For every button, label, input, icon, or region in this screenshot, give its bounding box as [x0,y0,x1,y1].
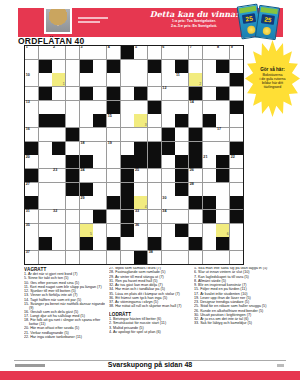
letter-cell[interactable]: 16 [25,128,38,141]
letter-cell[interactable] [203,101,216,114]
clue-number: 1 [26,46,28,50]
ticket-coin-icon [262,26,271,35]
letter-cell[interactable]: 3 [80,46,93,59]
letter-cell[interactable] [39,251,52,264]
constructor-photo [44,7,72,34]
blocked-cell [162,128,175,141]
letter-cell[interactable] [52,224,65,237]
letter-cell[interactable] [148,210,161,223]
letter-cell[interactable] [230,114,243,127]
answer-coupon-note: Svarskupong på sidan 48 [0,361,300,368]
letter-cell[interactable] [80,114,93,127]
blocked-cell [148,101,161,114]
letter-cell[interactable] [203,224,216,237]
clue-number: 4 [108,46,110,50]
letter-cell[interactable] [121,237,134,250]
letter-cell[interactable] [121,87,134,100]
blocked-cell [148,142,161,155]
letter-cell[interactable] [216,196,229,209]
letter-cell[interactable] [39,210,52,223]
letter-cell[interactable] [203,183,216,196]
blocked-cell [175,114,188,127]
blocked-cell [134,251,147,264]
clue-number: 34 [162,210,166,214]
blocked-cell [25,142,38,155]
blocked-cell [230,142,243,155]
letter-cell[interactable]: 2 [52,46,65,59]
letter-cell[interactable] [148,46,161,59]
clue-number: 37 [26,251,30,255]
blocked-cell [80,87,93,100]
letter-cell[interactable] [80,73,93,86]
letter-cell[interactable]: 18 [80,142,93,155]
letter-cell[interactable]: 38 [148,251,161,264]
starburst-line: tävlingsord [264,85,281,89]
letter-cell[interactable] [121,128,134,141]
letter-cell[interactable] [216,101,229,114]
letter-cell[interactable] [148,87,161,100]
clue-number: 3 [80,46,82,50]
blocked-cell [93,210,106,223]
letter-cell[interactable] [107,224,120,237]
letter-cell[interactable]: 7 [189,46,202,59]
blocked-cell [107,101,120,114]
letter-cell[interactable] [39,101,52,114]
letter-cell[interactable] [52,87,65,100]
letter-cell[interactable] [134,128,147,141]
letter-cell[interactable] [107,155,120,168]
prize-letter-cell[interactable]: 6 [216,224,229,237]
letter-cell[interactable] [39,196,52,209]
letter-cell[interactable] [175,196,188,209]
prize-letter-order: 3 [145,124,147,127]
blocked-cell [203,196,216,209]
letter-cell[interactable] [203,169,216,182]
letter-cell[interactable] [162,224,175,237]
letter-cell[interactable] [121,60,134,73]
blocked-cell [175,155,188,168]
lottery-tickets-image: 25 25 [237,3,283,41]
letter-cell[interactable] [107,183,120,196]
letter-cell[interactable] [39,142,52,155]
blocked-cell [66,155,79,168]
blocked-cell [175,169,188,182]
letter-cell[interactable]: 15 [107,114,120,127]
letter-cell[interactable] [134,73,147,86]
letter-cell[interactable] [39,155,52,168]
letter-cell[interactable] [66,251,79,264]
prize-letter-order: 4 [145,206,147,209]
letter-cell[interactable]: 32 [52,210,65,223]
letter-cell[interactable] [66,60,79,73]
letter-cell[interactable] [52,183,65,196]
letter-cell[interactable] [80,251,93,264]
letter-cell[interactable] [66,87,79,100]
letter-cell[interactable] [66,114,79,127]
letter-cell[interactable] [134,183,147,196]
letter-cell[interactable]: 17 [216,128,229,141]
magazine-puzzle-page: Detta kan du vinna: 1:a pris: Två Sverig… [0,0,300,380]
prize-letter-cell[interactable]: 4 [134,196,147,209]
prize-letter-cell[interactable]: 5 [80,224,93,237]
blocked-cell [93,114,106,127]
letter-cell[interactable]: 1 [25,46,38,59]
letter-cell[interactable] [203,142,216,155]
letter-cell[interactable] [93,87,106,100]
clues-column-3: 5. Ska man inte sätta sig på utan lägga … [194,267,280,359]
letter-cell[interactable] [162,169,175,182]
letter-cell[interactable]: 29 [80,196,93,209]
letter-cell[interactable]: 24 [80,169,93,182]
clue-number: 18 [80,142,84,146]
letter-cell[interactable]: 11 [175,73,188,86]
letter-cell[interactable] [148,196,161,209]
blocked-cell [121,169,134,182]
letter-cell[interactable] [216,251,229,264]
letter-cell[interactable] [93,155,106,168]
letter-cell[interactable] [162,101,175,114]
blocked-cell [80,183,93,196]
blocked-cell [148,237,161,250]
letter-cell[interactable] [230,128,243,141]
letter-cell[interactable] [203,73,216,86]
letter-cell[interactable] [52,101,65,114]
blocked-cell [189,87,202,100]
letter-cell[interactable] [39,183,52,196]
letter-cell[interactable] [121,73,134,86]
clue-number: 24 [80,169,84,173]
blocked-cell [66,169,79,182]
letter-cell[interactable] [148,224,161,237]
letter-cell[interactable] [175,46,188,59]
letter-cell[interactable] [39,169,52,182]
letter-cell[interactable] [203,251,216,264]
blocked-cell [39,114,52,127]
prize-letter-order: 2 [199,83,201,86]
letter-cell[interactable] [189,60,202,73]
letter-cell[interactable] [203,128,216,141]
letter-cell[interactable] [216,114,229,127]
letter-cell[interactable] [162,60,175,73]
blocked-cell [80,155,93,168]
letter-cell[interactable]: 25 [134,169,147,182]
blocked-cell [216,60,229,73]
letter-cell[interactable] [93,251,106,264]
letter-cell[interactable] [230,251,243,264]
letter-cell[interactable] [175,210,188,223]
letter-cell[interactable] [52,237,65,250]
blocked-cell [121,155,134,168]
letter-cell[interactable] [230,87,243,100]
letter-cell[interactable] [203,87,216,100]
letter-cell[interactable] [52,60,65,73]
crossword-grid[interactable]: 1234567891011121213141531617181920212223… [24,45,244,265]
blocked-cell [80,60,93,73]
letter-cell[interactable] [162,183,175,196]
blocked-cell [25,169,38,182]
clue-number: 21 [203,156,207,160]
letter-cell[interactable]: 27 [25,183,38,196]
letter-cell[interactable] [175,237,188,250]
across-clues-part-2: 27. Mjölk som samlats i burk (7)28. Fast… [109,267,190,309]
letter-cell[interactable]: 28 [189,183,202,196]
clue-number: 19 [108,142,112,146]
letter-cell[interactable] [216,210,229,223]
blocked-cell [39,87,52,100]
prize-letter-order: 1 [63,83,65,86]
blocked-cell [121,46,134,59]
letter-cell[interactable] [93,183,106,196]
down-clues-part-1: 1. Betvingar hästen till better (6)2. Sm… [109,318,190,335]
page-number [277,364,284,367]
letter-cell[interactable] [203,46,216,59]
clue-number: 30 [162,197,166,201]
blocked-cell [52,142,65,155]
blocked-cell [39,237,52,250]
prize-letter-order: 6 [227,233,229,236]
letter-cell[interactable] [175,128,188,141]
instruction-starburst: Gör så här: Bokstäverna i de gula rutorn… [245,40,300,117]
constructor-credit-line [78,17,108,19]
letter-cell[interactable]: 8 [216,46,229,59]
letter-cell[interactable] [203,237,216,250]
blocked-cell [175,183,188,196]
letter-cell[interactable] [121,142,134,155]
letter-cell[interactable] [93,237,106,250]
clue-number: 14 [190,101,194,105]
blocked-cell [39,60,52,73]
blocked-cell [121,210,134,223]
letter-cell[interactable]: 36 [134,224,147,237]
letter-cell[interactable] [25,87,38,100]
blocked-cell [66,128,79,141]
constructor-credit-line [78,21,100,23]
blocked-cell [107,237,120,250]
down-clues-part-2: 5. Ska man inte sätta sig på utan lägga … [194,267,280,326]
letter-cell[interactable] [230,169,243,182]
blocked-cell [216,87,229,100]
letter-cell[interactable]: 34 [162,210,175,223]
clue-number: 25 [135,169,139,173]
letter-cell[interactable] [230,183,243,196]
ticket-value: 25 [261,14,275,25]
clue-number: 20 [26,156,30,160]
letter-cell[interactable] [93,224,106,237]
clue-number: 7 [190,46,192,50]
letter-cell[interactable] [52,196,65,209]
letter-cell[interactable] [52,155,65,168]
blocked-cell [203,114,216,127]
letter-cell[interactable]: 23 [52,169,65,182]
letter-cell[interactable] [216,73,229,86]
blocked-cell [107,60,120,73]
letter-cell[interactable]: 37 [25,251,38,264]
letter-cell[interactable]: 5 [134,46,147,59]
blocked-cell [162,142,175,155]
blocked-cell [203,210,216,223]
letter-cell[interactable]: 12 [162,87,175,100]
letter-cell[interactable] [175,142,188,155]
letter-cell[interactable] [189,114,202,127]
clue-number: 8 [217,46,219,50]
letter-cell[interactable] [121,101,134,114]
letter-cell[interactable] [175,251,188,264]
blocked-cell [175,224,188,237]
letter-cell[interactable] [148,114,161,127]
blocked-cell [230,101,243,114]
letter-cell[interactable] [66,210,79,223]
letter-cell[interactable]: 4 [107,46,120,59]
letter-cell[interactable] [230,224,243,237]
letter-cell[interactable]: 33 [134,210,147,223]
letter-cell[interactable]: 31 [25,210,38,223]
clue-number: 38 [149,251,153,255]
prize-heading: Detta kan du vinna: [148,10,240,19]
letter-cell[interactable] [93,128,106,141]
letter-cell[interactable] [216,183,229,196]
letter-cell[interactable] [80,101,93,114]
letter-cell[interactable] [66,101,79,114]
clue-number: 36 [135,224,139,228]
blocked-cell [189,142,202,155]
blocked-cell [121,183,134,196]
clue-number: 22 [231,156,235,160]
letter-cell[interactable] [39,224,52,237]
letter-cell[interactable] [107,210,120,223]
letter-cell[interactable]: 26 [189,169,202,182]
blocked-cell [189,237,202,250]
lottery-ticket: 25 [255,5,280,41]
letter-cell[interactable] [203,60,216,73]
letter-cell[interactable]: 22 [230,155,243,168]
blocked-cell [121,224,134,237]
letter-cell[interactable] [52,128,65,141]
clue-number: 35 [26,224,30,228]
letter-cell[interactable] [162,237,175,250]
clue-number: 15 [108,115,112,119]
letter-cell[interactable] [121,114,134,127]
letter-cell[interactable] [39,73,52,86]
prize-letter-order: 5 [90,233,92,236]
letter-cell[interactable] [230,60,243,73]
blocked-cell [189,196,202,209]
clue-number: 2 [53,46,55,50]
letter-cell[interactable] [66,142,79,155]
letter-cell[interactable] [66,46,79,59]
letter-cell[interactable] [39,128,52,141]
letter-cell[interactable] [230,237,243,250]
letter-cell[interactable] [93,169,106,182]
ticket-value: 25 [242,13,256,24]
letter-cell[interactable] [162,251,175,264]
blocked-cell [134,87,147,100]
prize-letter-cell[interactable]: 1 [52,73,65,86]
letter-cell[interactable]: 6 [162,46,175,59]
letter-cell[interactable] [162,155,175,168]
blocked-cell [175,60,188,73]
letter-cell[interactable] [39,46,52,59]
letter-cell[interactable] [121,251,134,264]
letter-cell[interactable] [216,142,229,155]
letter-cell[interactable]: 20 [25,155,38,168]
letter-cell[interactable] [148,128,161,141]
letter-cell[interactable] [25,237,38,250]
letter-cell[interactable] [107,169,120,182]
letter-cell[interactable] [134,101,147,114]
letter-cell[interactable] [175,87,188,100]
clue: 4. Av apologi för spel ut plan (6) [109,331,190,335]
letter-cell[interactable] [134,237,147,250]
letter-cell[interactable] [25,60,38,73]
letter-cell[interactable] [80,210,93,223]
letter-cell[interactable] [93,196,106,209]
letter-cell[interactable] [66,237,79,250]
letter-cell[interactable] [162,114,175,127]
page-title: ORDFLÄTAN 40 [18,36,84,46]
letter-cell[interactable]: 35 [25,224,38,237]
letter-cell[interactable]: 13 [25,101,38,114]
prize-letter-cell[interactable]: 3 [134,114,147,127]
clue: 22. Har inga vidare tankebanor (11) [24,336,105,340]
letter-cell[interactable] [189,210,202,223]
letter-cell[interactable] [148,73,161,86]
letter-cell[interactable] [148,169,161,182]
letter-cell[interactable] [80,128,93,141]
letter-cell[interactable] [107,73,120,86]
letter-cell[interactable] [93,101,106,114]
letter-cell[interactable] [25,114,38,127]
blocked-cell [80,237,93,250]
letter-cell[interactable] [162,73,175,86]
letter-cell[interactable] [189,251,202,264]
letter-cell[interactable] [148,183,161,196]
clue-number: 11 [176,74,180,78]
clue-number: 33 [135,210,139,214]
prize-letter-cell[interactable]: 2 [189,73,202,86]
letter-cell[interactable] [93,60,106,73]
prize-line-2: 2:a–5:e pris: En Sverigelott. [148,24,240,29]
letter-cell[interactable] [66,224,79,237]
letter-cell[interactable] [66,196,79,209]
clue: 33. Sak för läktyg och kameldjur (5) [194,322,280,326]
letter-cell[interactable]: 19 [107,142,120,155]
clue-number: 31 [26,210,30,214]
ticket-stripe [260,7,278,14]
letter-cell[interactable] [107,128,120,141]
letter-cell[interactable] [66,73,79,86]
letter-cell[interactable]: 21 [203,155,216,168]
letter-cell[interactable] [134,60,147,73]
letter-cell[interactable] [52,251,65,264]
letter-cell[interactable]: 30 [162,196,175,209]
letter-cell[interactable] [107,251,120,264]
clue-number: 10 [26,74,30,78]
letter-cell[interactable] [175,101,188,114]
letter-cell[interactable]: 10 [25,73,38,86]
clues-column-1: VÅGRÄTT 1. Är det när vi gjort rent bord… [24,267,105,359]
clue-number: 6 [162,46,164,50]
blocked-cell [148,155,161,168]
letter-cell[interactable] [93,73,106,86]
clue: 38. Har nötat all rull och skjortor man … [109,305,190,309]
clue-number: 5 [135,46,137,50]
letter-cell[interactable] [93,142,106,155]
letter-cell[interactable]: 14 [189,101,202,114]
letter-cell[interactable] [189,224,202,237]
letter-cell[interactable]: 9 [230,46,243,59]
clue-number: 12 [162,87,166,91]
letter-cell[interactable] [93,46,106,59]
